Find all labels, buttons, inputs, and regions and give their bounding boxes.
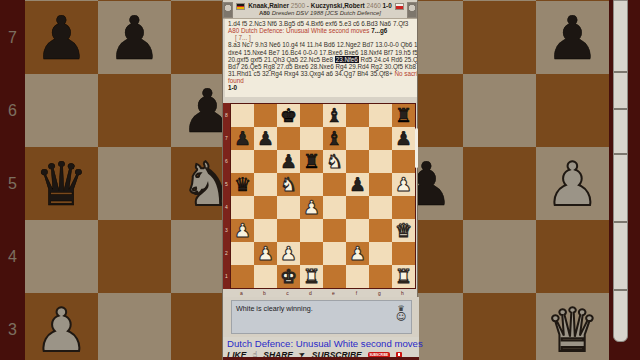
- separator: -: [307, 2, 309, 9]
- move-text[interactable]: No sacrifices: [394, 70, 417, 77]
- square-b6[interactable]: [254, 150, 277, 173]
- file-label-d: d: [299, 290, 322, 297]
- comment-area: White is clearly winning. ♛ ☺: [223, 297, 419, 337]
- square-f8[interactable]: [346, 104, 369, 127]
- notation-line[interactable]: 31.Rhd1 c5 32.Rg4 Rxg4 33.Qxg4 a6 34.Qg7…: [228, 70, 414, 77]
- square-h2[interactable]: [392, 242, 415, 265]
- slider-tick: [614, 289, 627, 291]
- square-e6[interactable]: ♞: [323, 150, 346, 173]
- square-a7[interactable]: ♟: [231, 127, 254, 150]
- square-h4[interactable]: [392, 196, 415, 219]
- square-c8[interactable]: ♚: [277, 104, 300, 127]
- slider-tick: [614, 108, 627, 110]
- rank-label-strip: 87654321: [223, 103, 230, 289]
- game-header-text: Knaak,Rainer 2500 - Kuczynski,Robert 246…: [248, 2, 392, 16]
- face-icon: ☺: [393, 312, 409, 322]
- square-h1[interactable]: ♜: [392, 265, 415, 288]
- square-e3[interactable]: [323, 219, 346, 242]
- square-h7[interactable]: ♟: [392, 127, 415, 150]
- square-c1[interactable]: ♚: [277, 265, 300, 288]
- rank-label-8: 8: [223, 112, 230, 118]
- square-f2[interactable]: ♟: [346, 242, 369, 265]
- board-grid: ♚♝♜♟♟♝♟♟♜♞♛♞♟♟♟♟♛♟♟♟♚♜♜: [230, 103, 416, 289]
- germany-flag-icon: [236, 3, 245, 10]
- square-d7[interactable]: [300, 127, 323, 150]
- rank-label-6: 6: [223, 158, 230, 164]
- square-e4[interactable]: [323, 196, 346, 219]
- black-elo: 2460: [367, 2, 381, 9]
- square-g8[interactable]: [369, 104, 392, 127]
- highlighted-move[interactable]: 23.Nfe6: [335, 56, 359, 63]
- notation-line[interactable]: found: [228, 77, 414, 84]
- square-c3[interactable]: [277, 219, 300, 242]
- notation-line[interactable]: 1.d4 f5 2.Nc3 Nf6 3.Bg5 d5 4.Bxf6 exf6 5…: [228, 20, 414, 27]
- rank-label-1: 1: [223, 273, 230, 279]
- square-b7[interactable]: ♟: [254, 127, 277, 150]
- file-label-c: c: [276, 290, 299, 297]
- square-b2[interactable]: ♟: [254, 242, 277, 265]
- move-text[interactable]: [ 7... ]: [235, 34, 251, 41]
- rank-label-2: 2: [223, 250, 230, 256]
- file-label-h: h: [391, 290, 414, 297]
- square-c2[interactable]: ♟: [277, 242, 300, 265]
- square-d1[interactable]: ♜: [300, 265, 323, 288]
- square-h6[interactable]: [392, 150, 415, 173]
- square-g5[interactable]: [369, 173, 392, 196]
- game-header: Knaak,Rainer 2500 - Kuczynski,Robert 246…: [223, 0, 417, 19]
- file-label-g: g: [368, 290, 391, 297]
- board-scrollbar[interactable]: [415, 128, 418, 168]
- square-a2[interactable]: [231, 242, 254, 265]
- event-line: A80 Dresden DSV 1988 [JCS Dutch Defence]: [248, 10, 392, 16]
- chess-board: 87654321 ♚♝♜♟♟♝♟♟♜♞♛♞♟♟♟♟♛♟♟♟♚♜♜ abcdefg…: [223, 103, 419, 297]
- notation-line[interactable]: 8.a3 Nc7 9.h3 Ne6 10.g4 f4 11.h4 Bd6 12.…: [228, 41, 414, 48]
- square-b4[interactable]: [254, 196, 277, 219]
- white-king: ♚: [280, 267, 297, 286]
- move-text[interactable]: Rd5 24.c4 Rd6 25.Qxf5: [359, 56, 417, 63]
- file-label-e: e: [322, 290, 345, 297]
- square-e2[interactable]: [323, 242, 346, 265]
- black-pawn: ♟: [280, 152, 297, 171]
- assistant-king-icon: ♛ ☺: [393, 305, 409, 322]
- rank-label-3: 3: [223, 227, 230, 233]
- square-d8[interactable]: [300, 104, 323, 127]
- file-label-a: a: [230, 290, 253, 297]
- square-b5[interactable]: [254, 173, 277, 196]
- square-b1[interactable]: [254, 265, 277, 288]
- move-notation[interactable]: 1.d4 f5 2.Nc3 Nf6 3.Bg5 d5 4.Bxf6 exf6 5…: [225, 19, 417, 97]
- evaluation-comment: White is clearly winning.: [236, 304, 313, 313]
- square-g6[interactable]: [369, 150, 392, 173]
- move-text[interactable]: Bd7 26.Qe5 Rg8 27.d5 Bxe6 28.Nxe6 Rg4 29…: [228, 63, 416, 70]
- move-text[interactable]: found: [228, 77, 244, 84]
- square-c4[interactable]: [277, 196, 300, 219]
- square-g3[interactable]: [369, 219, 392, 242]
- black-pawn: ♟: [257, 129, 274, 148]
- video-title: Dutch Defence: Unusual White second move…: [227, 338, 423, 349]
- square-b3[interactable]: [254, 219, 277, 242]
- square-a1[interactable]: [231, 265, 254, 288]
- square-a6[interactable]: [231, 150, 254, 173]
- square-f6[interactable]: [346, 150, 369, 173]
- black-rook: ♜: [303, 152, 320, 171]
- white-player-name: Knaak,Rainer: [248, 2, 289, 9]
- square-d3[interactable]: [300, 219, 323, 242]
- square-h3[interactable]: ♛: [392, 219, 415, 242]
- slider-tick: [614, 221, 627, 223]
- square-c6[interactable]: ♟: [277, 150, 300, 173]
- square-a4[interactable]: [231, 196, 254, 219]
- square-d5[interactable]: [300, 173, 323, 196]
- move-text[interactable]: A80 Dutch Defence: Unusual White second …: [228, 27, 371, 34]
- white-pawn: ♟: [257, 244, 274, 263]
- square-c7[interactable]: [277, 127, 300, 150]
- white-pawn: ♟: [303, 198, 320, 217]
- square-e5[interactable]: [323, 173, 346, 196]
- square-f7[interactable]: [346, 127, 369, 150]
- white-pawn: ♟: [280, 244, 297, 263]
- video-frame: ♚♝♜♟♟♝♟♟♜♞♛♞♟♟♟♟♛♟♟♟♚♜♜ 76543 Knaak,Rain…: [0, 0, 640, 360]
- square-g4[interactable]: [369, 196, 392, 219]
- poland-flag-icon: [395, 3, 404, 10]
- square-e1[interactable]: [323, 265, 346, 288]
- black-bishop: ♝: [326, 106, 343, 125]
- square-g7[interactable]: [369, 127, 392, 150]
- white-pawn: ♟: [234, 221, 251, 240]
- rank-label-7: 7: [223, 135, 230, 141]
- notation-line[interactable]: Bd7 26.Qe5 Rg8 27.d5 Bxe6 28.Nxe6 Rg4 29…: [228, 63, 414, 70]
- square-g1[interactable]: [369, 265, 392, 288]
- square-f5[interactable]: ♟: [346, 173, 369, 196]
- square-e7[interactable]: ♝: [323, 127, 346, 150]
- white-rook: ♜: [303, 267, 320, 286]
- square-g2[interactable]: [369, 242, 392, 265]
- move-text[interactable]: 31.Rhd1 c5 32.Rg4 Rxg4 33.Qxg4 a6 34.Qg7…: [228, 70, 394, 77]
- square-a8[interactable]: [231, 104, 254, 127]
- white-knight: ♞: [280, 175, 297, 194]
- white-pawn: ♟: [349, 244, 366, 263]
- notation-line[interactable]: 1-0: [228, 84, 414, 91]
- slider-tick: [614, 153, 627, 155]
- square-h8[interactable]: ♜: [392, 104, 415, 127]
- square-b8[interactable]: [254, 104, 277, 127]
- move-text[interactable]: 1.d4 f5 2.Nc3 Nf6 3.Bg5 d5 4.Bxf6 exf6 5…: [228, 20, 408, 27]
- move-text[interactable]: 7...g6: [371, 27, 387, 34]
- notation-line[interactable]: [ 7... ]: [228, 34, 414, 41]
- square-a3[interactable]: ♟: [231, 219, 254, 242]
- move-text[interactable]: 1-0: [228, 84, 237, 91]
- square-h5[interactable]: ♟: [392, 173, 415, 196]
- notation-line[interactable]: 20.gxf5 gxf5 21.Qh3 Qa5 22.Nc5 Be8 23.Nf…: [228, 56, 414, 63]
- black-pawn: ♟: [349, 175, 366, 194]
- file-labels: abcdefgh: [230, 290, 414, 297]
- square-d4[interactable]: ♟: [300, 196, 323, 219]
- square-e8[interactable]: ♝: [323, 104, 346, 127]
- black-king: ♚: [280, 106, 297, 125]
- bell-dot: [398, 353, 401, 356]
- rank-label-5: 5: [223, 181, 230, 187]
- move-text[interactable]: 20.gxf5 gxf5 21.Qh3 Qa5 22.Nc5 Be8: [228, 56, 335, 63]
- comment-box[interactable]: White is clearly winning. ♛ ☺: [231, 300, 412, 334]
- file-label-b: b: [253, 290, 276, 297]
- move-text[interactable]: 8.a3 Nc7 9.h3 Ne6 10.g4 f4 11.h4 Bd6 12.…: [228, 41, 417, 48]
- white-pawn: ♟: [395, 175, 412, 194]
- black-bishop: ♝: [326, 129, 343, 148]
- black-player-photo: [407, 2, 417, 18]
- notation-line[interactable]: dxe4 15.Nxe4 Be7 16.Bc4 0-0-0 17.Bxe6 Bx…: [228, 49, 414, 56]
- white-rook: ♜: [395, 267, 412, 286]
- square-d2[interactable]: [300, 242, 323, 265]
- square-f1[interactable]: [346, 265, 369, 288]
- move-text[interactable]: dxe4 15.Nxe4 Be7 16.Bc4 0-0-0 17.Bxe6 Bx…: [228, 49, 417, 56]
- square-d6[interactable]: ♜: [300, 150, 323, 173]
- white-queen: ♛: [395, 221, 412, 240]
- slider-tick: [614, 71, 627, 73]
- square-c5[interactable]: ♞: [277, 173, 300, 196]
- analysis-panel: Knaak,Rainer 2500 - Kuczynski,Robert 246…: [222, 0, 418, 360]
- white-elo: 2500: [291, 2, 305, 9]
- video-seek-slider[interactable]: [613, 0, 628, 342]
- square-f3[interactable]: [346, 219, 369, 242]
- white-knight: ♞: [326, 152, 343, 171]
- square-a5[interactable]: ♛: [231, 173, 254, 196]
- square-f4[interactable]: [346, 196, 369, 219]
- black-pawn: ♟: [234, 129, 251, 148]
- black-queen: ♛: [234, 175, 251, 194]
- black-rook: ♜: [395, 106, 412, 125]
- file-label-f: f: [345, 290, 368, 297]
- event-name: Dresden DSV 1988 [JCS Dutch Defence]: [272, 10, 381, 16]
- black-player-name: Kuczynski,Robert: [311, 2, 365, 9]
- rank-label-4: 4: [223, 204, 230, 210]
- black-pawn: ♟: [395, 129, 412, 148]
- players-line: Knaak,Rainer 2500 - Kuczynski,Robert 246…: [248, 2, 392, 9]
- eco-code: A80: [259, 10, 270, 16]
- white-player-photo: [223, 2, 233, 18]
- notation-line[interactable]: A80 Dutch Defence: Unusual White second …: [228, 27, 414, 34]
- game-result: 1-0: [383, 2, 392, 9]
